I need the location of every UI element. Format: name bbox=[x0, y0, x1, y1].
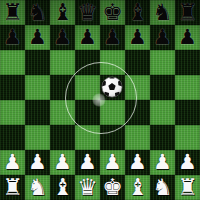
square-b6[interactable] bbox=[25, 50, 50, 75]
square-c5[interactable] bbox=[50, 75, 75, 100]
square-g7[interactable]: ♟ bbox=[150, 25, 175, 50]
square-a1[interactable]: ♜ bbox=[0, 175, 25, 200]
square-g1[interactable]: ♞ bbox=[150, 175, 175, 200]
black-king[interactable]: ♚ bbox=[102, 0, 123, 25]
white-pawn[interactable]: ♟ bbox=[178, 150, 197, 175]
square-a2[interactable]: ♟ bbox=[0, 150, 25, 175]
square-d2[interactable]: ♟ bbox=[75, 150, 100, 175]
square-h2[interactable]: ♟ bbox=[175, 150, 200, 175]
square-b8[interactable]: ♞ bbox=[25, 0, 50, 25]
square-b5[interactable] bbox=[25, 75, 50, 100]
square-a7[interactable]: ♟ bbox=[0, 25, 25, 50]
white-bishop[interactable]: ♝ bbox=[127, 175, 148, 200]
square-d3[interactable] bbox=[75, 125, 100, 150]
square-g4[interactable] bbox=[150, 100, 175, 125]
white-king[interactable]: ♚ bbox=[102, 175, 123, 200]
black-pawn[interactable]: ♟ bbox=[78, 25, 97, 50]
black-bishop[interactable]: ♝ bbox=[127, 0, 148, 25]
square-e4[interactable] bbox=[100, 100, 125, 125]
black-queen[interactable]: ♛ bbox=[77, 0, 98, 25]
black-pawn[interactable]: ♟ bbox=[103, 25, 122, 50]
square-c8[interactable]: ♝ bbox=[50, 0, 75, 25]
square-c2[interactable]: ♟ bbox=[50, 150, 75, 175]
square-f6[interactable] bbox=[125, 50, 150, 75]
square-f4[interactable] bbox=[125, 100, 150, 125]
white-pawn[interactable]: ♟ bbox=[128, 150, 147, 175]
square-g5[interactable] bbox=[150, 75, 175, 100]
white-pawn[interactable]: ♟ bbox=[78, 150, 97, 175]
black-rook[interactable]: ♜ bbox=[2, 0, 23, 25]
square-g3[interactable] bbox=[150, 125, 175, 150]
square-e6[interactable] bbox=[100, 50, 125, 75]
square-b4[interactable] bbox=[25, 100, 50, 125]
square-e1[interactable]: ♚ bbox=[100, 175, 125, 200]
square-d7[interactable]: ♟ bbox=[75, 25, 100, 50]
square-e3[interactable] bbox=[100, 125, 125, 150]
white-rook[interactable]: ♜ bbox=[2, 175, 23, 200]
square-b3[interactable] bbox=[25, 125, 50, 150]
black-pawn[interactable]: ♟ bbox=[153, 25, 172, 50]
square-c1[interactable]: ♝ bbox=[50, 175, 75, 200]
black-knight[interactable]: ♞ bbox=[27, 0, 48, 25]
square-d4[interactable] bbox=[75, 100, 100, 125]
white-pawn[interactable]: ♟ bbox=[153, 150, 172, 175]
black-pawn[interactable]: ♟ bbox=[178, 25, 197, 50]
white-knight[interactable]: ♞ bbox=[27, 175, 48, 200]
square-f8[interactable]: ♝ bbox=[125, 0, 150, 25]
square-a8[interactable]: ♜ bbox=[0, 0, 25, 25]
square-g6[interactable] bbox=[150, 50, 175, 75]
square-h5[interactable] bbox=[175, 75, 200, 100]
square-b2[interactable]: ♟ bbox=[25, 150, 50, 175]
square-e8[interactable]: ♚ bbox=[100, 0, 125, 25]
square-a4[interactable] bbox=[0, 100, 25, 125]
square-f5[interactable] bbox=[125, 75, 150, 100]
white-bishop[interactable]: ♝ bbox=[52, 175, 73, 200]
white-rook[interactable]: ♜ bbox=[177, 175, 198, 200]
square-f1[interactable]: ♝ bbox=[125, 175, 150, 200]
chess-soccer-app: ♜♞♝♛♚♝♞♜♟♟♟♟♟♟♟♟♟♟♟♟♟♟♟♟♜♞♝♛♚♝♞♜ bbox=[0, 0, 200, 200]
square-g8[interactable]: ♞ bbox=[150, 0, 175, 25]
white-knight[interactable]: ♞ bbox=[152, 175, 173, 200]
square-f3[interactable] bbox=[125, 125, 150, 150]
square-c6[interactable] bbox=[50, 50, 75, 75]
square-h1[interactable]: ♜ bbox=[175, 175, 200, 200]
chess-board: ♜♞♝♛♚♝♞♜♟♟♟♟♟♟♟♟♟♟♟♟♟♟♟♟♜♞♝♛♚♝♞♜ bbox=[0, 0, 200, 200]
black-pawn[interactable]: ♟ bbox=[128, 25, 147, 50]
black-knight[interactable]: ♞ bbox=[152, 0, 173, 25]
black-pawn[interactable]: ♟ bbox=[3, 25, 22, 50]
black-pawn[interactable]: ♟ bbox=[53, 25, 72, 50]
white-pawn[interactable]: ♟ bbox=[103, 150, 122, 175]
black-bishop[interactable]: ♝ bbox=[52, 0, 73, 25]
square-h3[interactable] bbox=[175, 125, 200, 150]
square-f2[interactable]: ♟ bbox=[125, 150, 150, 175]
square-h6[interactable] bbox=[175, 50, 200, 75]
square-a3[interactable] bbox=[0, 125, 25, 150]
square-a6[interactable] bbox=[0, 50, 25, 75]
white-pawn[interactable]: ♟ bbox=[53, 150, 72, 175]
square-d5[interactable] bbox=[75, 75, 100, 100]
white-pawn[interactable]: ♟ bbox=[3, 150, 22, 175]
square-a5[interactable] bbox=[0, 75, 25, 100]
square-b1[interactable]: ♞ bbox=[25, 175, 50, 200]
square-b7[interactable]: ♟ bbox=[25, 25, 50, 50]
black-rook[interactable]: ♜ bbox=[177, 0, 198, 25]
square-h8[interactable]: ♜ bbox=[175, 0, 200, 25]
square-f7[interactable]: ♟ bbox=[125, 25, 150, 50]
soccer-ball[interactable] bbox=[101, 76, 123, 102]
soccer-ball-icon bbox=[101, 76, 123, 98]
square-h7[interactable]: ♟ bbox=[175, 25, 200, 50]
square-d6[interactable] bbox=[75, 50, 100, 75]
square-d1[interactable]: ♛ bbox=[75, 175, 100, 200]
square-d8[interactable]: ♛ bbox=[75, 0, 100, 25]
square-e2[interactable]: ♟ bbox=[100, 150, 125, 175]
square-c7[interactable]: ♟ bbox=[50, 25, 75, 50]
white-queen[interactable]: ♛ bbox=[77, 175, 98, 200]
square-h4[interactable] bbox=[175, 100, 200, 125]
black-pawn[interactable]: ♟ bbox=[28, 25, 47, 50]
square-c3[interactable] bbox=[50, 125, 75, 150]
square-e7[interactable]: ♟ bbox=[100, 25, 125, 50]
square-g2[interactable]: ♟ bbox=[150, 150, 175, 175]
square-c4[interactable] bbox=[50, 100, 75, 125]
white-pawn[interactable]: ♟ bbox=[28, 150, 47, 175]
